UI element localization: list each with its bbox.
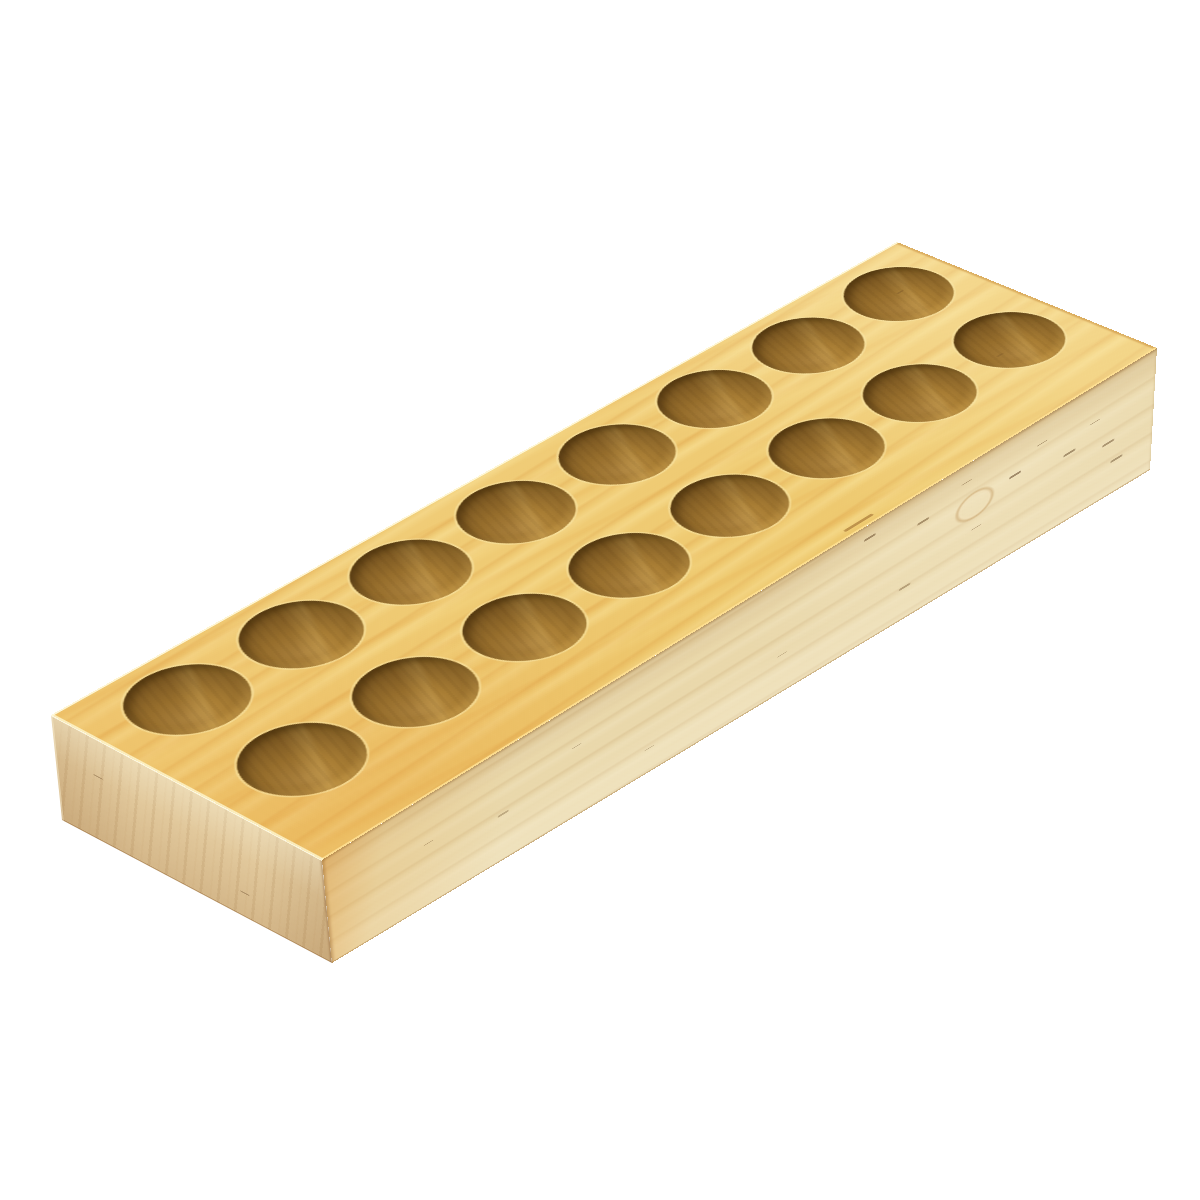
pit-front-2[interactable] xyxy=(326,643,505,741)
pit-back-5[interactable] xyxy=(534,412,699,497)
wood-knot xyxy=(945,467,1004,543)
pit-back-8[interactable] xyxy=(821,256,976,332)
pit-front-8[interactable] xyxy=(931,301,1088,379)
mancala-board-photo xyxy=(0,0,1200,1200)
pit-back-2[interactable] xyxy=(213,587,390,682)
pit-front-6[interactable] xyxy=(744,407,908,491)
pit-front-4[interactable] xyxy=(543,520,714,611)
wood-grain-specks xyxy=(51,710,61,716)
pit-front-5[interactable] xyxy=(646,462,813,549)
pit-back-6[interactable] xyxy=(633,359,795,441)
pit-front-7[interactable] xyxy=(839,353,1000,434)
pit-front-3[interactable] xyxy=(437,580,612,675)
pit-back-4[interactable] xyxy=(431,469,600,557)
pit-back-1[interactable] xyxy=(97,650,278,749)
pit-back-3[interactable] xyxy=(324,527,497,618)
pit-front-1[interactable] xyxy=(210,708,393,811)
pit-back-7[interactable] xyxy=(729,307,887,386)
